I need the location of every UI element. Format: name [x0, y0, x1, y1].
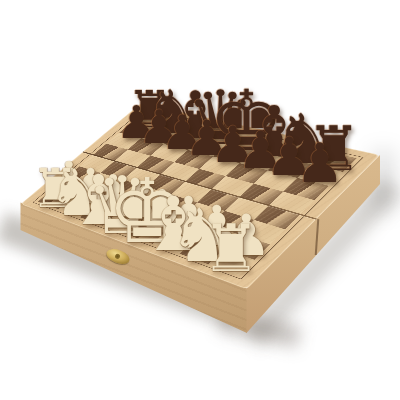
black-pawn-h7[interactable]: ♟ — [293, 137, 347, 191]
chess-set-photo: ♜♞♝♛♚♝♞♜♟♟♟♟♟♟♟♟♟♟♟♟♟♟♟♟♜♞♝♛♚♝♞♜ — [0, 0, 400, 400]
white-rook-h1[interactable]: ♜ — [198, 216, 263, 281]
